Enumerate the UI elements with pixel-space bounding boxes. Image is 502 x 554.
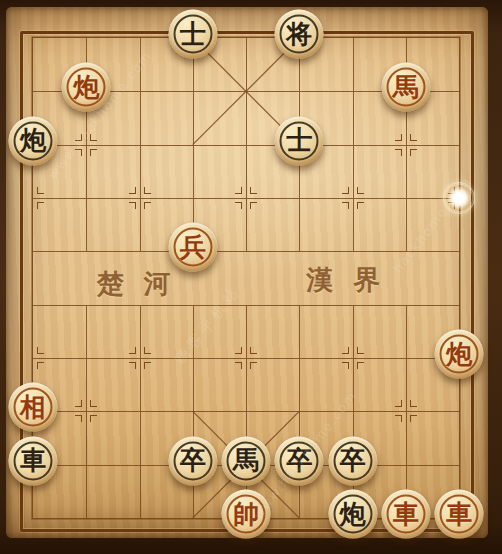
piece-character: 炮 [20,127,46,153]
piece-red-cannon[interactable]: 炮 [62,63,111,112]
piece-black-advisor[interactable]: 士 [275,116,324,165]
piece-character: 車 [393,500,419,526]
piece-black-cannon[interactable]: 炮 [328,490,377,539]
piece-character: 卒 [180,447,206,473]
piece-character: 帥 [233,500,259,526]
piece-red-cannon[interactable]: 炮 [435,330,484,379]
piece-character: 馬 [233,447,259,473]
piece-black-cannon[interactable]: 炮 [9,116,58,165]
board-cell [140,91,193,144]
piece-character: 卒 [286,447,312,473]
piece-black-chariot[interactable]: 車 [9,436,58,485]
piece-black-soldier[interactable]: 卒 [168,436,217,485]
piece-red-soldier[interactable]: 兵 [168,223,217,272]
piece-red-general[interactable]: 帥 [222,490,271,539]
river-label-right: 漢界 [306,262,400,298]
piece-red-chariot[interactable]: 車 [435,490,484,539]
piece-character: 炮 [73,73,99,99]
piece-character: 相 [20,393,46,419]
piece-character: 将 [286,20,312,46]
board-cell [406,251,459,304]
piece-character: 車 [20,447,46,473]
piece-black-soldier[interactable]: 卒 [328,436,377,485]
piece-black-general[interactable]: 将 [275,10,324,59]
piece-character: 卒 [340,447,366,473]
piece-character: 士 [180,20,206,46]
piece-character: 炮 [340,500,366,526]
board-cell [86,465,139,518]
move-highlight-sparkle [446,185,472,211]
piece-character: 兵 [180,233,206,259]
piece-red-elephant[interactable]: 相 [9,383,58,432]
piece-black-advisor[interactable]: 士 [168,10,217,59]
piece-character: 士 [286,127,312,153]
piece-character: 車 [446,500,472,526]
piece-red-chariot[interactable]: 車 [381,490,430,539]
board-cell [33,251,86,304]
piece-character: 馬 [393,73,419,99]
board-cell [193,91,246,144]
piece-red-horse[interactable]: 馬 [381,63,430,112]
piece-black-soldier[interactable]: 卒 [275,436,324,485]
piece-character: 炮 [446,340,472,366]
river-label-left: 楚河 [97,266,191,302]
piece-black-horse[interactable]: 馬 [222,436,271,485]
xiangqi-board[interactable]: 楚河 漢界 士将炮馬炮士兵炮相車卒馬卒卒帥炮車車 [33,38,459,518]
board-cell [246,251,299,304]
